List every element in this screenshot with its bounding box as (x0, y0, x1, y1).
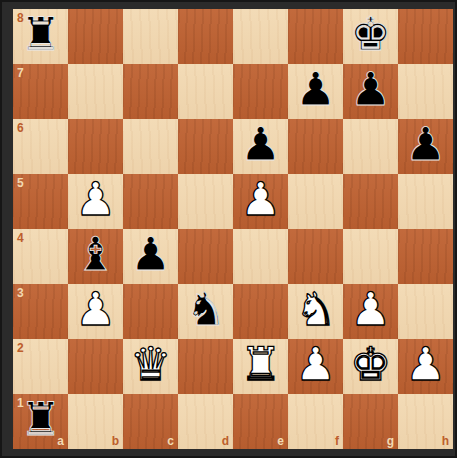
square-b1[interactable]: b (68, 394, 123, 449)
square-g5[interactable] (343, 174, 398, 229)
square-e8[interactable] (233, 9, 288, 64)
file-label-d: d (222, 435, 229, 447)
file-label-c: c (167, 435, 174, 447)
piece-black-pawn[interactable]: ♟ (405, 117, 446, 172)
square-a6[interactable]: 6 (13, 119, 68, 174)
piece-white-pawn[interactable]: ♟ (75, 282, 116, 337)
square-a4[interactable]: 4 (13, 229, 68, 284)
file-label-h: h (442, 435, 449, 447)
square-e1[interactable]: e (233, 394, 288, 449)
square-a2[interactable]: 2 (13, 339, 68, 394)
square-e4[interactable] (233, 229, 288, 284)
square-h7[interactable] (398, 64, 453, 119)
square-g1[interactable]: g (343, 394, 398, 449)
square-f3[interactable]: ♞ (288, 284, 343, 339)
square-b3[interactable]: ♟ (68, 284, 123, 339)
square-g2[interactable]: ♚ (343, 339, 398, 394)
square-c3[interactable] (123, 284, 178, 339)
square-h4[interactable] (398, 229, 453, 284)
square-g6[interactable] (343, 119, 398, 174)
square-f1[interactable]: f (288, 394, 343, 449)
square-a3[interactable]: 3 (13, 284, 68, 339)
rank-label-4: 4 (17, 232, 24, 244)
piece-black-rook[interactable]: ♜ (20, 7, 61, 62)
square-a8[interactable]: 8♜ (13, 9, 68, 64)
square-f8[interactable] (288, 9, 343, 64)
file-label-e: e (277, 435, 284, 447)
square-d7[interactable] (178, 64, 233, 119)
square-h3[interactable] (398, 284, 453, 339)
rank-label-6: 6 (17, 122, 24, 134)
square-d8[interactable] (178, 9, 233, 64)
square-a1[interactable]: 1a♜ (13, 394, 68, 449)
square-g4[interactable] (343, 229, 398, 284)
square-e2[interactable]: ♜ (233, 339, 288, 394)
piece-black-knight[interactable]: ♞ (185, 282, 226, 337)
square-c5[interactable] (123, 174, 178, 229)
square-b2[interactable] (68, 339, 123, 394)
piece-black-pawn[interactable]: ♟ (350, 62, 391, 117)
rank-label-2: 2 (17, 342, 24, 354)
square-h6[interactable]: ♟ (398, 119, 453, 174)
square-d4[interactable] (178, 229, 233, 284)
piece-black-king[interactable]: ♚ (350, 7, 391, 62)
piece-black-pawn[interactable]: ♟ (130, 227, 171, 282)
square-c8[interactable] (123, 9, 178, 64)
square-e6[interactable]: ♟ (233, 119, 288, 174)
square-c6[interactable] (123, 119, 178, 174)
square-e5[interactable]: ♟ (233, 174, 288, 229)
square-d6[interactable] (178, 119, 233, 174)
piece-white-rook[interactable]: ♜ (240, 337, 281, 392)
square-h8[interactable] (398, 9, 453, 64)
square-b7[interactable] (68, 64, 123, 119)
piece-white-pawn[interactable]: ♟ (75, 172, 116, 227)
square-f5[interactable] (288, 174, 343, 229)
square-e3[interactable] (233, 284, 288, 339)
rank-label-3: 3 (17, 287, 24, 299)
square-d2[interactable] (178, 339, 233, 394)
square-b4[interactable]: ♝ (68, 229, 123, 284)
square-c4[interactable]: ♟ (123, 229, 178, 284)
piece-black-bishop[interactable]: ♝ (75, 227, 116, 282)
square-g3[interactable]: ♟ (343, 284, 398, 339)
square-f7[interactable]: ♟ (288, 64, 343, 119)
square-g7[interactable]: ♟ (343, 64, 398, 119)
board-frame: 8♜♚7♟♟6♟♟5♟♟4♝♟3♟♞♞♟2♛♜♟♚♟1a♜bcdefgh (0, 0, 457, 458)
square-a7[interactable]: 7 (13, 64, 68, 119)
square-c7[interactable] (123, 64, 178, 119)
rank-label-7: 7 (17, 67, 24, 79)
piece-white-knight[interactable]: ♞ (295, 282, 336, 337)
square-c1[interactable]: c (123, 394, 178, 449)
piece-white-pawn[interactable]: ♟ (350, 282, 391, 337)
file-label-f: f (335, 435, 339, 447)
square-c2[interactable]: ♛ (123, 339, 178, 394)
square-g8[interactable]: ♚ (343, 9, 398, 64)
piece-black-rook[interactable]: ♜ (20, 392, 61, 447)
piece-white-queen[interactable]: ♛ (130, 337, 171, 392)
square-a5[interactable]: 5 (13, 174, 68, 229)
square-d1[interactable]: d (178, 394, 233, 449)
piece-white-pawn[interactable]: ♟ (405, 337, 446, 392)
file-label-g: g (387, 435, 394, 447)
square-b8[interactable] (68, 9, 123, 64)
square-h5[interactable] (398, 174, 453, 229)
piece-black-pawn[interactable]: ♟ (295, 62, 336, 117)
square-e7[interactable] (233, 64, 288, 119)
square-b6[interactable] (68, 119, 123, 174)
piece-white-king[interactable]: ♚ (350, 337, 391, 392)
square-f6[interactable] (288, 119, 343, 174)
square-d5[interactable] (178, 174, 233, 229)
square-f2[interactable]: ♟ (288, 339, 343, 394)
square-b5[interactable]: ♟ (68, 174, 123, 229)
file-label-b: b (112, 435, 119, 447)
piece-white-pawn[interactable]: ♟ (295, 337, 336, 392)
rank-label-5: 5 (17, 177, 24, 189)
square-h2[interactable]: ♟ (398, 339, 453, 394)
square-f4[interactable] (288, 229, 343, 284)
piece-black-pawn[interactable]: ♟ (240, 117, 281, 172)
chess-board: 8♜♚7♟♟6♟♟5♟♟4♝♟3♟♞♞♟2♛♜♟♚♟1a♜bcdefgh (13, 9, 453, 449)
square-d3[interactable]: ♞ (178, 284, 233, 339)
square-h1[interactable]: h (398, 394, 453, 449)
piece-white-pawn[interactable]: ♟ (240, 172, 281, 227)
